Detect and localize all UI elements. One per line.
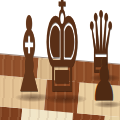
board-square-r0-c0 — [0, 54, 39, 79]
board-square-r0-c1 — [37, 58, 69, 82]
chessboard-photo: ♛♝♚♟ — [0, 0, 120, 120]
board-square-r1-c1 — [44, 79, 80, 113]
chess-board — [0, 53, 120, 120]
board-square-r1-c2 — [77, 82, 120, 117]
board-square-r1-c0 — [0, 75, 47, 110]
